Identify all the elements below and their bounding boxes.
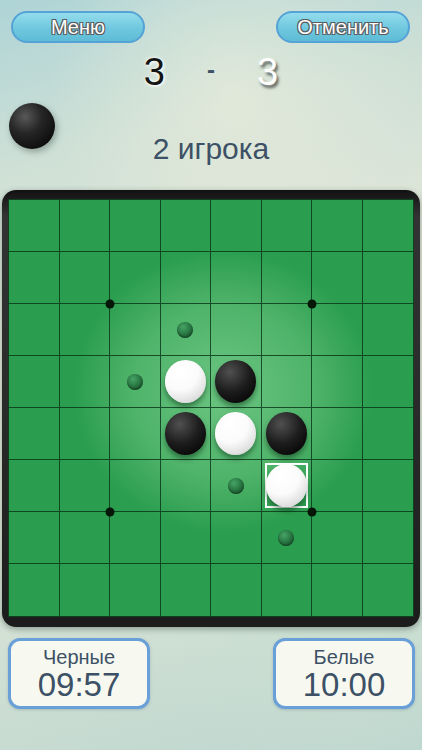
cell-b6[interactable] <box>60 460 111 512</box>
cell-f4[interactable] <box>262 356 313 408</box>
cell-a6[interactable] <box>9 460 60 512</box>
cell-g7[interactable] <box>312 512 363 564</box>
score-separator: - <box>207 56 215 84</box>
cell-e3[interactable] <box>211 304 262 356</box>
board-star-point <box>106 508 115 517</box>
cell-f3[interactable] <box>262 304 313 356</box>
white-timer-panel: Белые 10:00 <box>273 638 415 709</box>
cell-f5[interactable] <box>262 408 313 460</box>
legal-move-hint <box>228 478 244 494</box>
cell-h5[interactable] <box>363 408 414 460</box>
cell-a5[interactable] <box>9 408 60 460</box>
cell-a4[interactable] <box>9 356 60 408</box>
cell-f6[interactable] <box>262 460 313 512</box>
mode-label: 2 игрока <box>0 132 422 166</box>
cell-c7[interactable] <box>110 512 161 564</box>
black-timer-label: Черные <box>43 646 115 668</box>
cell-e4[interactable] <box>211 356 262 408</box>
cell-a3[interactable] <box>9 304 60 356</box>
cell-f7[interactable] <box>262 512 313 564</box>
cell-h7[interactable] <box>363 512 414 564</box>
cell-a2[interactable] <box>9 252 60 304</box>
cell-g5[interactable] <box>312 408 363 460</box>
cell-b5[interactable] <box>60 408 111 460</box>
white-score: 3 <box>257 51 278 94</box>
cell-h4[interactable] <box>363 356 414 408</box>
white-timer-label: Белые <box>314 646 375 668</box>
cell-c3[interactable] <box>110 304 161 356</box>
board-star-point <box>106 300 115 309</box>
cell-b2[interactable] <box>60 252 111 304</box>
white-disc <box>165 360 206 402</box>
menu-button[interactable]: Меню <box>11 11 145 43</box>
cell-e6[interactable] <box>211 460 262 512</box>
cell-c4[interactable] <box>110 356 161 408</box>
white-disc <box>215 412 256 454</box>
cell-b4[interactable] <box>60 356 111 408</box>
cell-d3[interactable] <box>161 304 212 356</box>
white-timer-value: 10:00 <box>303 668 386 702</box>
cell-g8[interactable] <box>312 564 363 616</box>
legal-move-hint <box>177 322 193 338</box>
cell-d5[interactable] <box>161 408 212 460</box>
cell-f1[interactable] <box>262 200 313 252</box>
cell-b1[interactable] <box>60 200 111 252</box>
cell-e7[interactable] <box>211 512 262 564</box>
cell-e5[interactable] <box>211 408 262 460</box>
board-frame <box>2 190 420 627</box>
othello-board <box>8 199 414 617</box>
cell-b3[interactable] <box>60 304 111 356</box>
black-timer-panel: Черные 09:57 <box>8 638 150 709</box>
cell-e1[interactable] <box>211 200 262 252</box>
cancel-button[interactable]: Отменить <box>276 11 410 43</box>
cell-b8[interactable] <box>60 564 111 616</box>
legal-move-hint <box>278 530 294 546</box>
cell-b7[interactable] <box>60 512 111 564</box>
cell-g6[interactable] <box>312 460 363 512</box>
cell-c6[interactable] <box>110 460 161 512</box>
cell-g3[interactable] <box>312 304 363 356</box>
cell-h8[interactable] <box>363 564 414 616</box>
cell-c8[interactable] <box>110 564 161 616</box>
black-disc <box>266 412 307 454</box>
score-display: 3 - 3 <box>0 50 422 94</box>
black-disc <box>165 412 206 454</box>
board-star-point <box>308 508 317 517</box>
cell-h2[interactable] <box>363 252 414 304</box>
cell-e2[interactable] <box>211 252 262 304</box>
cell-h6[interactable] <box>363 460 414 512</box>
cell-c5[interactable] <box>110 408 161 460</box>
board-star-point <box>308 300 317 309</box>
cell-g2[interactable] <box>312 252 363 304</box>
cell-f2[interactable] <box>262 252 313 304</box>
cell-a8[interactable] <box>9 564 60 616</box>
legal-move-hint <box>127 374 143 390</box>
cell-a1[interactable] <box>9 200 60 252</box>
game-screen: Меню Отменить 3 - 3 2 игрока Черные 09:5… <box>0 0 422 750</box>
black-timer-value: 09:57 <box>38 668 121 702</box>
cell-f8[interactable] <box>262 564 313 616</box>
cell-g4[interactable] <box>312 356 363 408</box>
cell-a7[interactable] <box>9 512 60 564</box>
cell-h1[interactable] <box>363 200 414 252</box>
cell-d2[interactable] <box>161 252 212 304</box>
cell-g1[interactable] <box>312 200 363 252</box>
black-disc <box>215 360 256 402</box>
white-disc <box>266 464 307 506</box>
cell-d8[interactable] <box>161 564 212 616</box>
cell-e8[interactable] <box>211 564 262 616</box>
cell-d1[interactable] <box>161 200 212 252</box>
cell-h3[interactable] <box>363 304 414 356</box>
black-score: 3 <box>144 51 165 94</box>
cell-d7[interactable] <box>161 512 212 564</box>
cell-c1[interactable] <box>110 200 161 252</box>
cell-d6[interactable] <box>161 460 212 512</box>
cell-d4[interactable] <box>161 356 212 408</box>
cell-c2[interactable] <box>110 252 161 304</box>
